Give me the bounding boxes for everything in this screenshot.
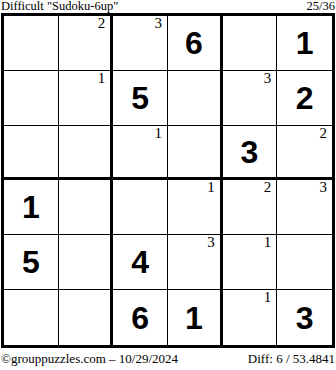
- cell-r4c3[interactable]: [113, 180, 168, 235]
- cell-r1c4: 6: [168, 16, 223, 71]
- given-digit: 5: [131, 82, 149, 114]
- cell-r4c4[interactable]: 1: [168, 180, 223, 235]
- given-digit: 3: [296, 302, 314, 334]
- sudoku-board: 23611532132112354316113: [1, 13, 335, 348]
- cell-r1c1[interactable]: [4, 16, 59, 71]
- given-digit: 5: [22, 246, 40, 278]
- cell-r2c5[interactable]: 3: [223, 71, 278, 126]
- given-digit: 6: [131, 302, 149, 334]
- cell-r4c5[interactable]: 2: [223, 180, 278, 235]
- pencil-mark: 3: [207, 235, 215, 250]
- cell-r5c4[interactable]: 3: [168, 235, 223, 290]
- pencil-mark: 1: [98, 71, 106, 86]
- pencil-mark: 1: [264, 235, 272, 250]
- cell-r1c5[interactable]: [223, 16, 278, 71]
- pencil-mark: 1: [155, 126, 163, 141]
- cell-r1c3[interactable]: 3: [113, 16, 168, 71]
- cell-r1c6: 1: [277, 16, 332, 71]
- cell-r5c1: 5: [4, 235, 59, 290]
- cell-r2c3: 5: [113, 71, 168, 126]
- difficulty-rating: Diff: 6 / 53.4841: [248, 351, 335, 366]
- cell-r6c4: 1: [168, 290, 223, 345]
- cell-r4c2[interactable]: [59, 180, 114, 235]
- cell-r2c1[interactable]: [4, 71, 59, 126]
- pencil-mark: 3: [320, 180, 328, 195]
- pencil-mark: 3: [155, 16, 163, 31]
- cell-r6c6: 3: [277, 290, 332, 345]
- cell-r5c6[interactable]: [277, 235, 332, 290]
- pencil-mark: 2: [320, 126, 328, 141]
- cell-r4c1: 1: [4, 180, 59, 235]
- cell-r5c3: 4: [113, 235, 168, 290]
- cell-r3c3[interactable]: 1: [113, 126, 168, 181]
- given-digit: 1: [185, 302, 203, 334]
- pencil-mark: 1: [207, 180, 215, 195]
- pencil-mark: 2: [98, 16, 106, 31]
- progress-counter: 25/36: [307, 0, 335, 13]
- cell-r6c1[interactable]: [4, 290, 59, 345]
- cell-r6c2[interactable]: [59, 290, 114, 345]
- cell-r2c4[interactable]: [168, 71, 223, 126]
- given-digit: 4: [131, 246, 149, 278]
- given-digit: 6: [185, 27, 203, 59]
- copyright-date: ©grouppuzzles.com – 10/29/2024: [1, 351, 178, 366]
- cell-r2c6: 2: [277, 71, 332, 126]
- cell-r3c6[interactable]: 2: [277, 126, 332, 181]
- cell-r3c4[interactable]: [168, 126, 223, 181]
- cell-r1c2[interactable]: 2: [59, 16, 114, 71]
- pencil-mark: 1: [264, 290, 272, 305]
- cell-r3c1[interactable]: [4, 126, 59, 181]
- cell-r2c2[interactable]: 1: [59, 71, 114, 126]
- pencil-mark: 2: [264, 180, 272, 195]
- pencil-mark: 3: [264, 71, 272, 86]
- given-digit: 2: [296, 82, 314, 114]
- given-digit: 1: [296, 27, 314, 59]
- cell-r6c5[interactable]: 1: [223, 290, 278, 345]
- page-header: Difficult "Sudoku-6up" 25/36: [1, 0, 335, 13]
- cell-r3c5: 3: [223, 126, 278, 181]
- cell-r4c6[interactable]: 3: [277, 180, 332, 235]
- cell-r5c2[interactable]: [59, 235, 114, 290]
- cell-r5c5[interactable]: 1: [223, 235, 278, 290]
- page-footer: ©grouppuzzles.com – 10/29/2024 Diff: 6 /…: [1, 351, 335, 366]
- given-digit: 1: [22, 191, 40, 223]
- cell-r6c3: 6: [113, 290, 168, 345]
- given-digit: 3: [241, 136, 259, 168]
- cell-r3c2[interactable]: [59, 126, 114, 181]
- puzzle-title: Difficult "Sudoku-6up": [1, 0, 118, 13]
